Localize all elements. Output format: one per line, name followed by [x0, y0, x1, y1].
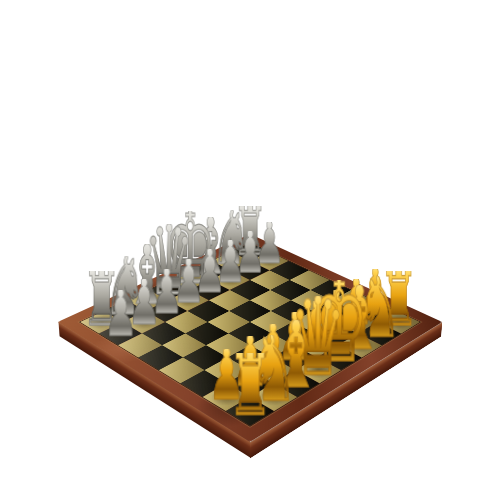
board-squares: ♜♞♝♛♚♝♞♜♟♟♟♟♟♟♟♟♟♟♟♟♟♟♟♟♜♞♝♛♚♝♞♜: [80, 243, 419, 426]
chess-scene: ♜♞♝♛♚♝♞♜♟♟♟♟♟♟♟♟♟♟♟♟♟♟♟♟♜♞♝♛♚♝♞♜: [0, 0, 500, 500]
chess-board: ♜♞♝♛♚♝♞♜♟♟♟♟♟♟♟♟♟♟♟♟♟♟♟♟♜♞♝♛♚♝♞♜: [58, 234, 443, 442]
product-photo-canvas: ♜♞♝♛♚♝♞♜♟♟♟♟♟♟♟♟♟♟♟♟♟♟♟♟♜♞♝♛♚♝♞♜: [0, 0, 500, 500]
piece-silver-pawn: ♟: [96, 289, 145, 333]
square-a1: ♜: [226, 397, 274, 426]
square-e6: [209, 290, 250, 311]
piece-gold-rook: ♜: [217, 353, 282, 411]
